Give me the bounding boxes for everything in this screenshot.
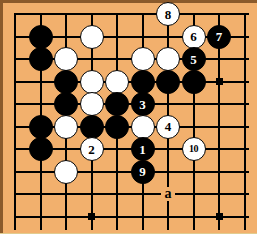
- white-stone[interactable]: [54, 160, 78, 184]
- grid-line-h: [14, 13, 249, 15]
- star-point: [216, 78, 223, 85]
- point-label-a[interactable]: a: [161, 187, 175, 201]
- white-stone-move-8[interactable]: 8: [156, 2, 180, 26]
- white-stone[interactable]: [131, 47, 155, 71]
- move-number: 10: [189, 144, 198, 154]
- board-frame-bottom-highlight: [0, 233, 257, 234]
- black-stone[interactable]: [182, 70, 206, 94]
- black-stone[interactable]: [29, 115, 53, 139]
- grid-line-v: [14, 13, 16, 230]
- white-stone[interactable]: [54, 115, 78, 139]
- white-stone[interactable]: [80, 25, 104, 49]
- black-stone[interactable]: [80, 115, 104, 139]
- grid-line-h: [14, 193, 249, 195]
- move-number: 2: [88, 143, 95, 156]
- white-stone-move-2[interactable]: 2: [80, 137, 104, 161]
- black-stone[interactable]: [105, 115, 129, 139]
- white-stone[interactable]: [131, 115, 155, 139]
- white-stone-move-4[interactable]: 4: [156, 115, 180, 139]
- white-stone[interactable]: [54, 47, 78, 71]
- white-stone[interactable]: [80, 70, 104, 94]
- move-number: 1: [139, 143, 146, 156]
- white-stone[interactable]: [105, 70, 129, 94]
- black-stone-move-1[interactable]: 1: [131, 137, 155, 161]
- move-number: 9: [139, 165, 146, 178]
- move-number: 5: [190, 53, 197, 66]
- board-frame-left: [0, 0, 3, 234]
- black-stone-move-5[interactable]: 5: [182, 47, 206, 71]
- grid-line-h: [14, 216, 249, 218]
- black-stone[interactable]: [105, 92, 129, 116]
- white-stone-move-10[interactable]: 10: [182, 137, 206, 161]
- black-stone[interactable]: [156, 70, 180, 94]
- black-stone[interactable]: [29, 25, 53, 49]
- star-point: [216, 213, 223, 220]
- black-stone[interactable]: [54, 70, 78, 94]
- black-stone-move-7[interactable]: 7: [207, 25, 231, 49]
- white-stone[interactable]: [156, 47, 180, 71]
- black-stone[interactable]: [29, 47, 53, 71]
- black-stone-move-3[interactable]: 3: [131, 92, 155, 116]
- move-number: 6: [190, 30, 197, 43]
- move-number: 4: [165, 120, 172, 133]
- black-stone[interactable]: [29, 137, 53, 161]
- white-stone-move-6[interactable]: 6: [182, 25, 206, 49]
- move-number: 8: [165, 8, 172, 21]
- move-number: 3: [139, 98, 146, 111]
- move-number: 7: [216, 30, 223, 43]
- go-board[interactable]: 86753421109 a: [0, 0, 257, 234]
- black-stone[interactable]: [54, 92, 78, 116]
- star-point: [88, 213, 95, 220]
- black-stone-move-9[interactable]: 9: [131, 160, 155, 184]
- white-stone[interactable]: [80, 92, 104, 116]
- grid-line-v: [244, 13, 246, 230]
- board-frame-top: [0, 0, 257, 3]
- black-stone[interactable]: [131, 70, 155, 94]
